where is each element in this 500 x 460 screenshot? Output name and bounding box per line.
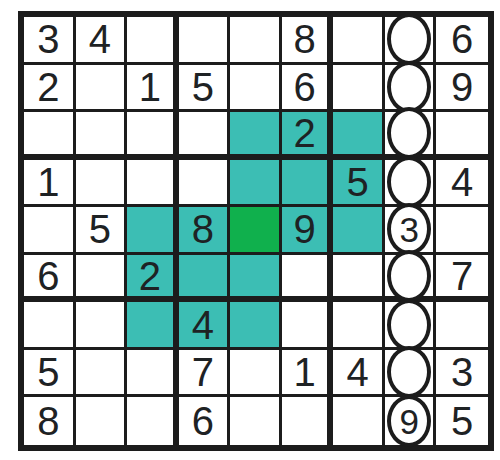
constraint-circle <box>387 250 431 302</box>
constraint-circle <box>387 107 431 159</box>
cell-r5c7[interactable] <box>333 207 385 255</box>
sudoku-board: 348621569215458936274571438695 <box>18 11 494 451</box>
cell-r5c8[interactable]: 3 <box>385 207 437 255</box>
cell-r6c1[interactable]: 6 <box>24 255 76 303</box>
digit: 6 <box>451 19 473 59</box>
digit: 9 <box>451 67 473 107</box>
digit: 6 <box>192 401 214 441</box>
digit: 5 <box>346 162 368 202</box>
cell-r6c8[interactable] <box>385 255 437 303</box>
cell-r6c3[interactable]: 2 <box>127 255 179 303</box>
digit: 4 <box>346 352 368 392</box>
cell-r8c1[interactable]: 5 <box>24 350 76 398</box>
cell-r1c4[interactable] <box>179 17 231 65</box>
digit: 6 <box>37 256 59 296</box>
cell-r1c2[interactable]: 4 <box>76 17 128 65</box>
cell-r7c7[interactable] <box>333 302 385 350</box>
cell-r2c1[interactable]: 2 <box>24 65 76 113</box>
digit: 3 <box>451 352 473 392</box>
cell-r5c6[interactable]: 9 <box>282 207 334 255</box>
cell-r1c1[interactable]: 3 <box>24 17 76 65</box>
digit: 2 <box>37 67 59 107</box>
digit: 4 <box>89 19 111 59</box>
cell-r3c7[interactable] <box>333 112 385 160</box>
digit: 7 <box>192 352 214 392</box>
digit: 1 <box>37 162 59 202</box>
constraint-circle <box>387 61 431 113</box>
cell-r3c3[interactable] <box>127 112 179 160</box>
cell-r4c7[interactable]: 5 <box>333 160 385 208</box>
sudoku-page: 348621569215458936274571438695 <box>0 0 500 460</box>
cell-r5c2[interactable]: 5 <box>76 207 128 255</box>
cell-r8c2[interactable] <box>76 350 128 398</box>
cell-r8c3[interactable] <box>127 350 179 398</box>
cell-r7c6[interactable] <box>282 302 334 350</box>
constraint-circle: 9 <box>387 395 431 447</box>
cell-r9c9[interactable]: 5 <box>436 397 488 445</box>
cell-r4c6[interactable] <box>282 160 334 208</box>
cell-r7c9[interactable] <box>436 302 488 350</box>
cell-r3c6[interactable]: 2 <box>282 112 334 160</box>
digit: 9 <box>399 404 418 439</box>
cell-r9c4[interactable]: 6 <box>179 397 231 445</box>
cell-r8c4[interactable]: 7 <box>179 350 231 398</box>
digit: 6 <box>293 67 315 107</box>
cell-r1c9[interactable]: 6 <box>436 17 488 65</box>
cell-r6c7[interactable] <box>333 255 385 303</box>
cell-r8c9[interactable]: 3 <box>436 350 488 398</box>
cell-r8c7[interactable]: 4 <box>333 350 385 398</box>
cell-r9c8[interactable]: 9 <box>385 397 437 445</box>
cell-r9c1[interactable]: 8 <box>24 397 76 445</box>
digit: 1 <box>293 352 315 392</box>
cell-r7c3[interactable] <box>127 302 179 350</box>
cell-r2c8[interactable] <box>385 65 437 113</box>
cell-r7c1[interactable] <box>24 302 76 350</box>
cell-r5c4[interactable]: 8 <box>179 207 231 255</box>
cell-r1c5[interactable] <box>230 17 282 65</box>
constraint-circle: 3 <box>387 203 431 255</box>
digit: 5 <box>451 401 473 441</box>
cell-r3c8[interactable] <box>385 112 437 160</box>
digit: 3 <box>399 212 418 247</box>
digit: 8 <box>37 401 59 441</box>
cell-r5c1[interactable] <box>24 207 76 255</box>
digit: 2 <box>293 113 315 153</box>
cell-r4c3[interactable] <box>127 160 179 208</box>
cell-r5c3[interactable] <box>127 207 179 255</box>
cell-r4c4[interactable] <box>179 160 231 208</box>
cell-r2c9[interactable]: 9 <box>436 65 488 113</box>
cell-r1c8[interactable] <box>385 17 437 65</box>
constraint-circle <box>387 299 431 351</box>
digit: 8 <box>192 209 214 249</box>
cell-r7c2[interactable] <box>76 302 128 350</box>
cell-r2c5[interactable] <box>230 65 282 113</box>
digit: 5 <box>192 67 214 107</box>
cell-r5c5[interactable] <box>230 207 282 255</box>
cell-r3c4[interactable] <box>179 112 231 160</box>
cell-r8c8[interactable] <box>385 350 437 398</box>
cell-r6c5[interactable] <box>230 255 282 303</box>
cell-r9c5[interactable] <box>230 397 282 445</box>
cell-r4c2[interactable] <box>76 160 128 208</box>
digit: 9 <box>293 209 315 249</box>
cell-r3c1[interactable] <box>24 112 76 160</box>
cell-r9c6[interactable] <box>282 397 334 445</box>
cell-r5c9[interactable] <box>436 207 488 255</box>
constraint-circle <box>387 156 431 208</box>
cell-r3c9[interactable] <box>436 112 488 160</box>
digit: 3 <box>37 19 59 59</box>
cell-r2c7[interactable] <box>333 65 385 113</box>
cell-r6c2[interactable] <box>76 255 128 303</box>
digit: 7 <box>451 256 473 296</box>
digit: 1 <box>139 67 161 107</box>
cell-r7c5[interactable] <box>230 302 282 350</box>
cell-r6c9[interactable]: 7 <box>436 255 488 303</box>
cell-r3c2[interactable] <box>76 112 128 160</box>
cell-r1c6[interactable]: 8 <box>282 17 334 65</box>
cell-r1c3[interactable] <box>127 17 179 65</box>
cell-r8c6[interactable]: 1 <box>282 350 334 398</box>
cell-r2c2[interactable] <box>76 65 128 113</box>
cell-r9c3[interactable] <box>127 397 179 445</box>
constraint-circle <box>387 346 431 398</box>
cell-r2c6[interactable]: 6 <box>282 65 334 113</box>
cell-r1c7[interactable] <box>333 17 385 65</box>
cell-r4c9[interactable]: 4 <box>436 160 488 208</box>
digit: 2 <box>139 256 161 296</box>
digit: 5 <box>89 209 111 249</box>
cell-r9c7[interactable] <box>333 397 385 445</box>
digit: 5 <box>37 352 59 392</box>
cell-r9c2[interactable] <box>76 397 128 445</box>
cell-r2c4[interactable]: 5 <box>179 65 231 113</box>
cell-r7c8[interactable] <box>385 302 437 350</box>
cell-r6c6[interactable] <box>282 255 334 303</box>
cell-r3c5[interactable] <box>230 112 282 160</box>
cell-r4c1[interactable]: 1 <box>24 160 76 208</box>
cell-r7c4[interactable]: 4 <box>179 302 231 350</box>
digit: 4 <box>451 162 473 202</box>
cell-r4c8[interactable] <box>385 160 437 208</box>
digit: 4 <box>192 305 214 345</box>
cell-r4c5[interactable] <box>230 160 282 208</box>
constraint-circle <box>387 13 431 65</box>
cell-r6c4[interactable] <box>179 255 231 303</box>
cell-r2c3[interactable]: 1 <box>127 65 179 113</box>
digit: 8 <box>293 19 315 59</box>
cell-r8c5[interactable] <box>230 350 282 398</box>
